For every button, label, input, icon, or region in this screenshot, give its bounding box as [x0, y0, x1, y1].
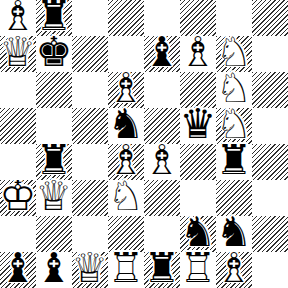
square-e7[interactable]: ♝♝: [144, 36, 180, 72]
square-c1[interactable]: ♛♕: [72, 252, 108, 288]
square-c6[interactable]: [72, 72, 108, 108]
square-g7[interactable]: ♞♘: [216, 36, 252, 72]
square-b1[interactable]: ♝♝: [36, 252, 72, 288]
square-b3[interactable]: ♛♕: [36, 180, 72, 216]
square-b5[interactable]: [36, 108, 72, 144]
black-rook-icon: ♜♜: [36, 0, 72, 36]
black-king-icon: ♚♚: [36, 36, 72, 72]
square-a7[interactable]: ♛♕: [0, 36, 36, 72]
white-rook-icon: ♜♖: [108, 252, 144, 288]
square-d8[interactable]: [108, 0, 144, 36]
square-b2[interactable]: [36, 216, 72, 252]
square-f6[interactable]: [180, 72, 216, 108]
square-f7[interactable]: ♝♗: [180, 36, 216, 72]
square-g5[interactable]: ♞♘: [216, 108, 252, 144]
square-b6[interactable]: [36, 72, 72, 108]
white-bishop-icon: ♝♗: [0, 0, 36, 36]
square-f3[interactable]: [180, 180, 216, 216]
square-d7[interactable]: [108, 36, 144, 72]
white-queen-icon: ♛♕: [72, 252, 108, 288]
square-e5[interactable]: [144, 108, 180, 144]
white-knight-icon: ♞♘: [108, 180, 144, 216]
white-bishop-icon: ♝♗: [108, 72, 144, 108]
white-rook-icon: ♜♖: [180, 252, 216, 288]
black-bishop-icon: ♝♝: [0, 252, 36, 288]
white-king-icon: ♚♔: [0, 180, 36, 216]
square-e1[interactable]: ♜♜: [144, 252, 180, 288]
square-a5[interactable]: [0, 108, 36, 144]
square-h3[interactable]: [252, 180, 288, 216]
square-c8[interactable]: [72, 0, 108, 36]
black-bishop-icon: ♝♝: [144, 36, 180, 72]
square-d1[interactable]: ♜♖: [108, 252, 144, 288]
chess-board: ♝♗♜♜♛♕♚♚♝♝♝♗♞♘♝♗♞♘♞♞♛♛♞♘♜♜♝♗♝♗♜♜♚♔♛♕♞♘♞♞…: [0, 0, 288, 288]
black-knight-icon: ♞♞: [216, 216, 252, 252]
white-bishop-icon: ♝♗: [216, 252, 252, 288]
square-e3[interactable]: [144, 180, 180, 216]
black-queen-icon: ♛♛: [180, 108, 216, 144]
square-g1[interactable]: ♝♗: [216, 252, 252, 288]
black-bishop-icon: ♝♝: [36, 252, 72, 288]
square-h5[interactable]: [252, 108, 288, 144]
square-c3[interactable]: [72, 180, 108, 216]
square-e4[interactable]: ♝♗: [144, 144, 180, 180]
square-c7[interactable]: [72, 36, 108, 72]
white-bishop-icon: ♝♗: [108, 144, 144, 180]
square-g2[interactable]: ♞♞: [216, 216, 252, 252]
white-bishop-icon: ♝♗: [144, 144, 180, 180]
square-h8[interactable]: [252, 0, 288, 36]
square-f8[interactable]: [180, 0, 216, 36]
square-g3[interactable]: [216, 180, 252, 216]
square-g6[interactable]: ♞♘: [216, 72, 252, 108]
square-f5[interactable]: ♛♛: [180, 108, 216, 144]
black-knight-icon: ♞♞: [108, 108, 144, 144]
square-a3[interactable]: ♚♔: [0, 180, 36, 216]
black-knight-icon: ♞♞: [180, 216, 216, 252]
chess-diagram: ♝♗♜♜♛♕♚♚♝♝♝♗♞♘♝♗♞♘♞♞♛♛♞♘♜♜♝♗♝♗♜♜♚♔♛♕♞♘♞♞…: [0, 0, 288, 288]
square-e6[interactable]: [144, 72, 180, 108]
square-d5[interactable]: ♞♞: [108, 108, 144, 144]
square-c5[interactable]: [72, 108, 108, 144]
square-d6[interactable]: ♝♗: [108, 72, 144, 108]
white-knight-icon: ♞♘: [216, 72, 252, 108]
black-rook-icon: ♜♜: [36, 144, 72, 180]
square-h1[interactable]: [252, 252, 288, 288]
black-rook-icon: ♜♜: [144, 252, 180, 288]
square-h2[interactable]: [252, 216, 288, 252]
square-h7[interactable]: [252, 36, 288, 72]
square-b8[interactable]: ♜♜: [36, 0, 72, 36]
white-bishop-icon: ♝♗: [180, 36, 216, 72]
square-f2[interactable]: ♞♞: [180, 216, 216, 252]
square-h6[interactable]: [252, 72, 288, 108]
square-g8[interactable]: [216, 0, 252, 36]
square-e2[interactable]: [144, 216, 180, 252]
square-d2[interactable]: [108, 216, 144, 252]
square-f4[interactable]: [180, 144, 216, 180]
square-a8[interactable]: ♝♗: [0, 0, 36, 36]
white-queen-icon: ♛♕: [36, 180, 72, 216]
black-rook-icon: ♜♜: [216, 144, 252, 180]
square-f1[interactable]: ♜♖: [180, 252, 216, 288]
white-knight-icon: ♞♘: [216, 36, 252, 72]
square-a4[interactable]: [0, 144, 36, 180]
square-c2[interactable]: [72, 216, 108, 252]
square-e8[interactable]: [144, 0, 180, 36]
white-knight-icon: ♞♘: [216, 108, 252, 144]
square-a1[interactable]: ♝♝: [0, 252, 36, 288]
square-h4[interactable]: [252, 144, 288, 180]
square-d4[interactable]: ♝♗: [108, 144, 144, 180]
square-d3[interactable]: ♞♘: [108, 180, 144, 216]
square-g4[interactable]: ♜♜: [216, 144, 252, 180]
square-b4[interactable]: ♜♜: [36, 144, 72, 180]
white-queen-icon: ♛♕: [0, 36, 36, 72]
square-a2[interactable]: [0, 216, 36, 252]
square-a6[interactable]: [0, 72, 36, 108]
square-b7[interactable]: ♚♚: [36, 36, 72, 72]
square-c4[interactable]: [72, 144, 108, 180]
